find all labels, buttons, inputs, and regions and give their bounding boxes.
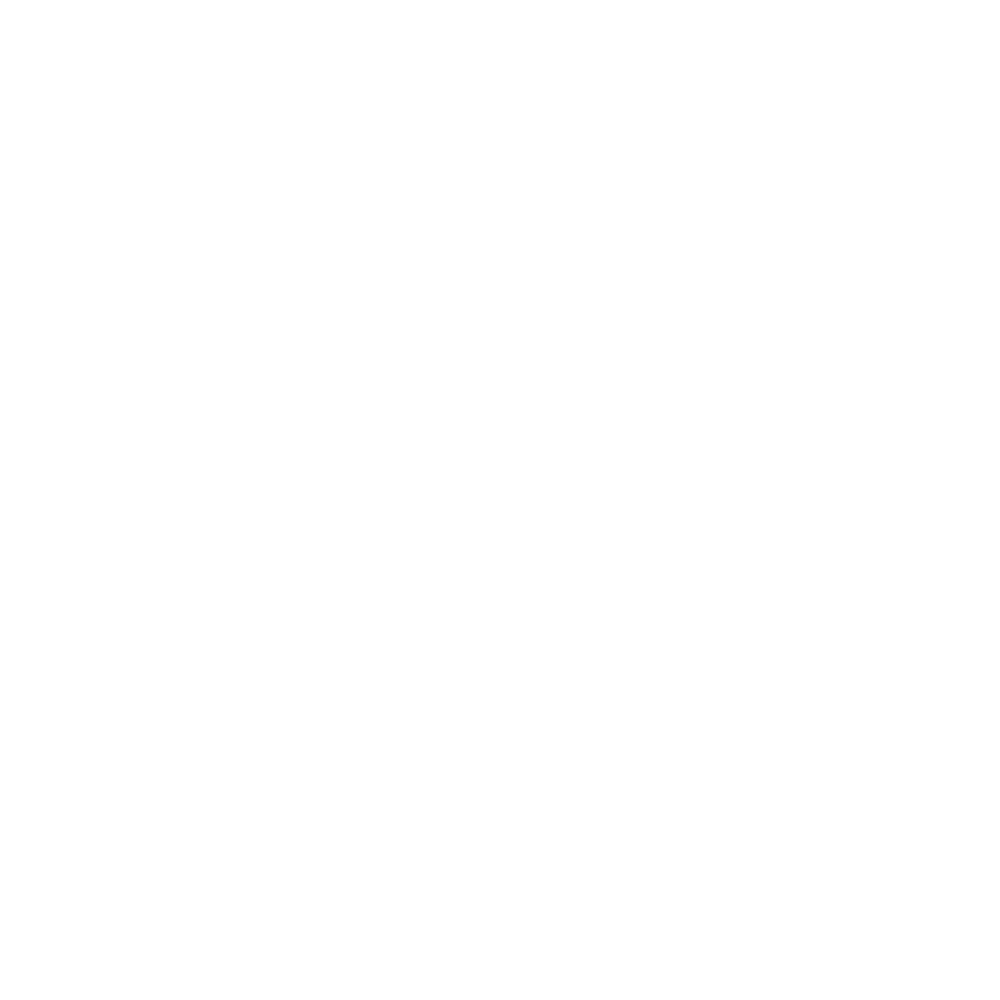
chess-set-photo [0,0,1000,1000]
chess-board-scene [0,0,1000,1000]
